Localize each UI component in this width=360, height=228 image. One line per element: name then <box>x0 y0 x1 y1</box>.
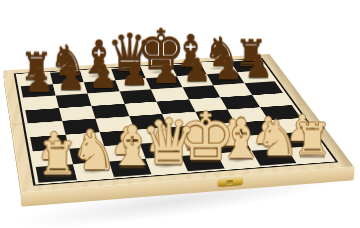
board-square[interactable]: ♟ <box>84 80 120 94</box>
board-square[interactable]: ♜ <box>36 164 77 183</box>
chess-piece-black-pawn[interactable]: ♟ <box>214 53 243 83</box>
chess-piece-black-pawn[interactable]: ♟ <box>244 51 273 81</box>
chess-piece-black-pawn[interactable]: ♟ <box>152 57 181 88</box>
chess-piece-black-pawn[interactable]: ♟ <box>183 55 212 85</box>
board-square[interactable]: ♟ <box>21 84 56 98</box>
board-square[interactable] <box>58 106 95 121</box>
board-square[interactable]: ♞ <box>72 161 114 180</box>
chess-piece-black-pawn[interactable]: ♟ <box>57 63 86 94</box>
board-square[interactable] <box>25 108 61 123</box>
chess-piece-white-rook[interactable]: ♜ <box>37 137 77 180</box>
board-grid: ♜♞♝♛♚♝♞♜♟♟♟♟♟♟♟♟♟♟♟♟♟♟♟♟♜♞♝♛♚♝♞♜ <box>19 60 332 183</box>
chess-piece-black-pawn[interactable]: ♟ <box>24 65 53 96</box>
board-square[interactable]: ♟ <box>176 74 213 87</box>
chess-board-box: ♜♞♝♛♚♝♞♜♟♟♟♟♟♟♟♟♟♟♟♟♟♟♟♟♜♞♝♛♚♝♞♜ <box>3 54 354 192</box>
board-square[interactable] <box>252 93 292 107</box>
chess-set-photo: ♜♞♝♛♚♝♞♜♟♟♟♟♟♟♟♟♟♟♟♟♟♟♟♟♜♞♝♛♚♝♞♜ <box>0 0 360 228</box>
board-square[interactable]: ♟ <box>207 72 244 85</box>
chess-piece-black-pawn[interactable]: ♟ <box>89 61 118 92</box>
board-square[interactable]: ♟ <box>115 78 151 91</box>
chess-piece-white-knight[interactable]: ♞ <box>72 129 117 177</box>
board-square[interactable]: ♟ <box>146 76 182 89</box>
chess-piece-black-pawn[interactable]: ♟ <box>120 59 149 90</box>
brass-latch-icon <box>218 178 243 187</box>
board-square[interactable]: ♟ <box>52 82 87 96</box>
board-playing-area: ♜♞♝♛♚♝♞♜♟♟♟♟♟♟♟♟♟♟♟♟♟♟♟♟♜♞♝♛♚♝♞♜ <box>14 58 338 186</box>
